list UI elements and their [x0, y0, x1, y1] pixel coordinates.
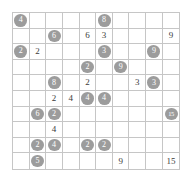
cell-r1c8[interactable] [146, 29, 163, 45]
cell-r4c4[interactable]: 2 [80, 75, 97, 91]
cell-r5c4[interactable]: 4 [80, 91, 97, 107]
circled-clue: 2 [48, 108, 61, 121]
cell-r2c3[interactable] [63, 44, 80, 60]
cell-r5c9[interactable] [163, 91, 180, 107]
circled-clue: 2 [81, 139, 94, 152]
cell-r5c1[interactable] [30, 91, 47, 107]
cell-r7c7[interactable] [129, 122, 146, 138]
cell-r7c6[interactable] [113, 122, 130, 138]
circled-clue: 6 [31, 108, 44, 121]
cell-r0c2[interactable] [46, 13, 63, 29]
cell-r1c3[interactable] [63, 29, 80, 45]
circled-clue: 2 [81, 61, 94, 74]
cell-r6c8[interactable] [146, 107, 163, 123]
cell-r5c2[interactable]: 2 [46, 91, 63, 107]
cell-r4c9[interactable] [163, 75, 180, 91]
circled-clue: 2 [31, 139, 44, 152]
cell-r9c2[interactable] [46, 153, 63, 169]
cell-r8c4[interactable]: 2 [80, 138, 97, 154]
cell-r9c5[interactable] [96, 153, 113, 169]
cell-r8c9[interactable] [163, 138, 180, 154]
cell-r4c8[interactable]: 3 [146, 75, 163, 91]
cell-r9c9[interactable]: 15 [163, 153, 180, 169]
circled-clue: 5 [31, 155, 44, 168]
cell-r0c7[interactable] [129, 13, 146, 29]
number-clue: 2 [85, 78, 90, 87]
cell-r3c4[interactable]: 2 [80, 60, 97, 76]
number-clue: 3 [135, 78, 140, 87]
cell-r2c9[interactable] [163, 44, 180, 60]
number-clue: 15 [167, 157, 176, 166]
cell-r8c0[interactable] [13, 138, 30, 154]
cell-r7c9[interactable] [163, 122, 180, 138]
circled-clue: 3 [147, 76, 160, 89]
cell-r9c4[interactable] [80, 153, 97, 169]
number-clue: 6 [85, 31, 90, 40]
cell-r1c1[interactable] [30, 29, 47, 45]
cell-r3c9[interactable] [163, 60, 180, 76]
cell-r0c3[interactable] [63, 13, 80, 29]
cell-r2c6[interactable] [113, 44, 130, 60]
cell-r0c9[interactable] [163, 13, 180, 29]
cell-r7c5[interactable] [96, 122, 113, 138]
circled-clue: 6 [48, 30, 61, 43]
cell-r1c5[interactable]: 3 [96, 29, 113, 45]
cell-r5c6[interactable] [113, 91, 130, 107]
cell-r0c5[interactable]: 8 [96, 13, 113, 29]
circled-clue: 4 [81, 92, 94, 105]
circled-clue: 8 [48, 76, 61, 89]
circled-clue: 9 [114, 61, 127, 74]
cell-r9c3[interactable] [63, 153, 80, 169]
cell-r7c3[interactable] [63, 122, 80, 138]
cell-r6c4[interactable] [80, 107, 97, 123]
cell-r3c5[interactable] [96, 60, 113, 76]
number-clue: 4 [68, 94, 73, 103]
cell-r9c8[interactable] [146, 153, 163, 169]
cell-r5c7[interactable] [129, 91, 146, 107]
cell-r1c4[interactable]: 6 [80, 29, 97, 45]
cell-r2c8[interactable]: 9 [146, 44, 163, 60]
cell-r1c2[interactable]: 6 [46, 29, 63, 45]
number-clue: 2 [35, 47, 40, 56]
cell-r7c2[interactable]: 4 [46, 122, 63, 138]
cell-r9c7[interactable] [129, 153, 146, 169]
cell-r0c4[interactable] [80, 13, 97, 29]
cell-r2c5[interactable]: 3 [96, 44, 113, 60]
cell-r5c5[interactable]: 4 [96, 91, 113, 107]
cell-r3c7[interactable] [129, 60, 146, 76]
cell-r3c8[interactable] [146, 60, 163, 76]
circled-clue: 2 [14, 45, 27, 58]
cell-r7c1[interactable] [30, 122, 47, 138]
cell-r4c2[interactable]: 8 [46, 75, 63, 91]
cell-r3c1[interactable] [30, 60, 47, 76]
cell-r8c8[interactable] [146, 138, 163, 154]
cell-r0c0[interactable]: 4 [13, 13, 30, 29]
cell-r7c0[interactable] [13, 122, 30, 138]
cell-r5c8[interactable] [146, 91, 163, 107]
circled-clue: 4 [98, 92, 111, 105]
cell-r4c1[interactable] [30, 75, 47, 91]
cell-r8c1[interactable]: 2 [30, 138, 47, 154]
circled-clue: 4 [48, 139, 61, 152]
cell-r1c9[interactable]: 9 [163, 29, 180, 45]
cell-r4c6[interactable] [113, 75, 130, 91]
cell-r2c2[interactable] [46, 44, 63, 60]
cell-r8c7[interactable] [129, 138, 146, 154]
cell-r8c2[interactable]: 4 [46, 138, 63, 154]
cell-r6c9[interactable]: 15 [163, 107, 180, 123]
number-clue: 9 [169, 31, 174, 40]
cell-r4c7[interactable]: 3 [129, 75, 146, 91]
number-clue: 3 [102, 31, 107, 40]
cell-r6c7[interactable] [129, 107, 146, 123]
cell-r0c6[interactable] [113, 13, 130, 29]
cell-r7c8[interactable] [146, 122, 163, 138]
cell-r6c5[interactable] [96, 107, 113, 123]
cell-r6c2[interactable]: 2 [46, 107, 63, 123]
cell-r8c3[interactable] [63, 138, 80, 154]
number-clue: 2 [52, 94, 57, 103]
cell-r7c4[interactable] [80, 122, 97, 138]
cell-r1c6[interactable] [113, 29, 130, 45]
cell-r6c3[interactable] [63, 107, 80, 123]
cell-r6c6[interactable] [113, 107, 130, 123]
cell-r9c0[interactable] [13, 153, 30, 169]
cell-r0c8[interactable] [146, 13, 163, 29]
cell-r9c6[interactable]: 9 [113, 153, 130, 169]
cell-r6c0[interactable] [13, 107, 30, 123]
circled-clue: 4 [14, 14, 27, 27]
cell-r6c1[interactable]: 6 [30, 107, 47, 123]
cell-r3c2[interactable] [46, 60, 63, 76]
cell-r3c6[interactable]: 9 [113, 60, 130, 76]
cell-r2c4[interactable] [80, 44, 97, 60]
cell-r8c6[interactable] [113, 138, 130, 154]
circled-clue: 3 [98, 45, 111, 58]
cell-r1c0[interactable] [13, 29, 30, 45]
cell-r9c1[interactable]: 5 [30, 153, 47, 169]
cell-r8c5[interactable]: 2 [96, 138, 113, 154]
cell-r2c1[interactable]: 2 [30, 44, 47, 60]
circled-clue: 15 [165, 108, 178, 121]
circled-clue: 2 [98, 139, 111, 152]
cell-r3c0[interactable] [13, 60, 30, 76]
cell-r3c3[interactable] [63, 60, 80, 76]
cell-r5c0[interactable] [13, 91, 30, 107]
puzzle-board: 486639223929823324446215424225915 [12, 12, 180, 170]
cell-r4c0[interactable] [13, 75, 30, 91]
cell-r1c7[interactable] [129, 29, 146, 45]
circled-clue: 8 [98, 14, 111, 27]
cell-r4c5[interactable] [96, 75, 113, 91]
cell-r2c7[interactable] [129, 44, 146, 60]
circled-clue: 9 [147, 45, 160, 58]
cell-r2c0[interactable]: 2 [13, 44, 30, 60]
number-clue: 4 [52, 125, 57, 134]
cell-r4c3[interactable] [63, 75, 80, 91]
number-clue: 9 [118, 157, 123, 166]
cell-r5c3[interactable]: 4 [63, 91, 80, 107]
cell-r0c1[interactable] [30, 13, 47, 29]
